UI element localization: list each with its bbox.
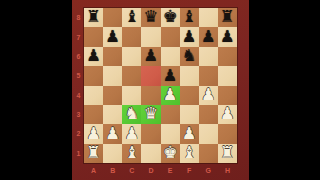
square-d2[interactable] [141, 124, 160, 143]
square-d8[interactable]: ♛ [141, 8, 160, 27]
square-b1[interactable] [103, 144, 122, 163]
square-f1[interactable]: ♝ [180, 144, 199, 163]
square-d5[interactable] [141, 66, 160, 85]
video-frame: ♜♝♛♚♝♜♟♟♟♟♟♟♞♟♟♟♞♛♟♟♟♟♟♜♝♚♝♜ 87654321 AB… [0, 0, 320, 180]
square-a6[interactable]: ♟ [84, 47, 103, 66]
square-d7[interactable] [141, 27, 160, 46]
white-rook[interactable]: ♜ [220, 145, 235, 162]
black-pawn[interactable]: ♟ [144, 48, 159, 65]
square-b7[interactable]: ♟ [103, 27, 122, 46]
square-h4[interactable] [218, 86, 237, 105]
square-f2[interactable]: ♟ [180, 124, 199, 143]
square-c6[interactable] [122, 47, 141, 66]
square-g8[interactable] [199, 8, 218, 27]
black-pawn[interactable]: ♟ [182, 28, 197, 45]
square-h6[interactable] [218, 47, 237, 66]
black-bishop[interactable]: ♝ [124, 9, 139, 26]
file-label-f: F [180, 164, 199, 177]
rank-label-8: 8 [73, 8, 84, 27]
square-a4[interactable] [84, 86, 103, 105]
square-h7[interactable]: ♟ [218, 27, 237, 46]
square-h2[interactable] [218, 124, 237, 143]
rank-label-4: 4 [73, 86, 84, 105]
black-rook[interactable]: ♜ [86, 9, 101, 26]
square-h1[interactable]: ♜ [218, 144, 237, 163]
square-f3[interactable] [180, 105, 199, 124]
white-pawn[interactable]: ♟ [163, 86, 178, 103]
square-d1[interactable] [141, 144, 160, 163]
black-rook[interactable]: ♜ [220, 9, 235, 26]
square-f4[interactable] [180, 86, 199, 105]
square-g3[interactable] [199, 105, 218, 124]
white-rook[interactable]: ♜ [86, 145, 101, 162]
rank-label-2: 2 [73, 124, 84, 143]
square-c7[interactable] [122, 27, 141, 46]
rank-label-6: 6 [73, 47, 84, 66]
white-bishop[interactable]: ♝ [182, 145, 197, 162]
square-f8[interactable]: ♝ [180, 8, 199, 27]
chess-board-frame: ♜♝♛♚♝♜♟♟♟♟♟♟♞♟♟♟♞♛♟♟♟♟♟♜♝♚♝♜ 87654321 AB… [72, 0, 249, 180]
black-knight[interactable]: ♞ [182, 48, 197, 65]
white-pawn[interactable]: ♟ [105, 125, 120, 142]
square-d3[interactable]: ♛ [141, 105, 160, 124]
file-label-h: H [218, 164, 237, 177]
square-a5[interactable] [84, 66, 103, 85]
square-d6[interactable]: ♟ [141, 47, 160, 66]
square-b8[interactable] [103, 8, 122, 27]
square-c3[interactable]: ♞ [122, 105, 141, 124]
square-e5[interactable]: ♟ [161, 66, 180, 85]
rank-label-1: 1 [73, 144, 84, 163]
square-d4[interactable] [141, 86, 160, 105]
rank-label-5: 5 [73, 66, 84, 85]
file-label-b: B [103, 164, 122, 177]
square-c4[interactable] [122, 86, 141, 105]
square-a7[interactable] [84, 27, 103, 46]
black-bishop[interactable]: ♝ [182, 9, 197, 26]
square-a3[interactable] [84, 105, 103, 124]
square-c5[interactable] [122, 66, 141, 85]
square-h5[interactable] [218, 66, 237, 85]
square-g7[interactable]: ♟ [199, 27, 218, 46]
square-e1[interactable]: ♚ [161, 144, 180, 163]
square-g2[interactable] [199, 124, 218, 143]
square-c1[interactable]: ♝ [122, 144, 141, 163]
white-pawn[interactable]: ♟ [201, 86, 216, 103]
rank-label-7: 7 [73, 27, 84, 46]
square-a2[interactable]: ♟ [84, 124, 103, 143]
square-b4[interactable] [103, 86, 122, 105]
file-label-c: C [122, 164, 141, 177]
square-b2[interactable]: ♟ [103, 124, 122, 143]
rank-label-3: 3 [73, 105, 84, 124]
square-g5[interactable] [199, 66, 218, 85]
white-bishop[interactable]: ♝ [124, 145, 139, 162]
square-a1[interactable]: ♜ [84, 144, 103, 163]
square-a8[interactable]: ♜ [84, 8, 103, 27]
square-f7[interactable]: ♟ [180, 27, 199, 46]
white-knight[interactable]: ♞ [124, 106, 139, 123]
square-g6[interactable] [199, 47, 218, 66]
square-h3[interactable]: ♟ [218, 105, 237, 124]
file-label-g: G [199, 164, 218, 177]
black-queen[interactable]: ♛ [144, 9, 159, 26]
square-e6[interactable] [161, 47, 180, 66]
black-pawn[interactable]: ♟ [105, 28, 120, 45]
square-e3[interactable] [161, 105, 180, 124]
square-b3[interactable] [103, 105, 122, 124]
square-e2[interactable] [161, 124, 180, 143]
white-pawn[interactable]: ♟ [220, 106, 235, 123]
square-b5[interactable] [103, 66, 122, 85]
square-g4[interactable]: ♟ [199, 86, 218, 105]
square-e4[interactable]: ♟ [161, 86, 180, 105]
white-pawn[interactable]: ♟ [182, 125, 197, 142]
black-pawn[interactable]: ♟ [163, 67, 178, 84]
square-f5[interactable] [180, 66, 199, 85]
chess-board[interactable]: ♜♝♛♚♝♜♟♟♟♟♟♟♞♟♟♟♞♛♟♟♟♟♟♜♝♚♝♜ [84, 8, 237, 163]
square-h8[interactable]: ♜ [218, 8, 237, 27]
square-e8[interactable]: ♚ [161, 8, 180, 27]
black-pawn[interactable]: ♟ [220, 28, 235, 45]
black-pawn[interactable]: ♟ [201, 28, 216, 45]
white-pawn[interactable]: ♟ [86, 125, 101, 142]
square-b6[interactable] [103, 47, 122, 66]
file-label-e: E [161, 164, 180, 177]
white-pawn[interactable]: ♟ [124, 125, 139, 142]
square-e7[interactable] [161, 27, 180, 46]
square-g1[interactable] [199, 144, 218, 163]
square-c2[interactable]: ♟ [122, 124, 141, 143]
file-label-a: A [84, 164, 103, 177]
black-king[interactable]: ♚ [163, 9, 178, 26]
file-label-d: D [141, 164, 160, 177]
white-king[interactable]: ♚ [163, 145, 178, 162]
square-c8[interactable]: ♝ [122, 8, 141, 27]
square-f6[interactable]: ♞ [180, 47, 199, 66]
black-pawn[interactable]: ♟ [86, 48, 101, 65]
white-queen[interactable]: ♛ [144, 106, 159, 123]
